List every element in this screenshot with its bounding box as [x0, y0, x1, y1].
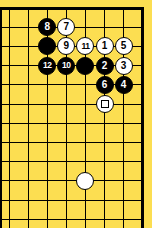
move-number-label: 2: [102, 61, 108, 71]
move-number-label: 8: [44, 22, 50, 32]
move-number-label: 6: [102, 80, 108, 90]
go-stone-white: [76, 172, 94, 190]
grid-line-h: [0, 104, 144, 105]
go-stone-black: 12: [38, 57, 56, 75]
grid-line-h: [0, 161, 144, 162]
go-stone-black: 8: [38, 18, 56, 36]
go-stone-white: 11: [76, 37, 94, 55]
move-number-label: 5: [121, 41, 127, 51]
move-number-label: 12: [43, 61, 51, 70]
go-stone-white: 9: [57, 37, 75, 55]
grid-line-h: [0, 219, 144, 220]
move-number-label: 4: [121, 80, 127, 90]
go-stone-black: 6: [96, 76, 114, 94]
move-number-label: 10: [62, 61, 70, 70]
square-mark-icon: [101, 100, 109, 108]
go-stone-black: 4: [115, 76, 133, 94]
go-stone-white: 7: [57, 18, 75, 36]
move-number-label: 1: [102, 41, 108, 51]
grid-line-h: [0, 200, 144, 201]
go-stone-black: 2: [96, 57, 114, 75]
go-stone-white: 5: [115, 37, 133, 55]
move-number-label: 11: [81, 42, 89, 51]
board-left-cut-line: [0, 7, 2, 229]
go-stone-white: 3: [115, 57, 133, 75]
move-number-label: 3: [121, 61, 127, 71]
grid-line-h: [0, 123, 144, 124]
go-stone-black: [76, 57, 94, 75]
grid-line-v: [28, 7, 29, 229]
go-stone-white: [96, 95, 114, 113]
board-right-edge: [141, 7, 145, 229]
grid-line-v: [9, 7, 10, 229]
grid-line-h: [0, 180, 144, 181]
go-board: 879111512102364: [0, 0, 152, 228]
move-number-label: 7: [64, 22, 70, 32]
go-stone-black: [38, 37, 56, 55]
move-number-label: 9: [64, 41, 70, 51]
grid-line-h: [0, 142, 144, 143]
board-top-edge: [0, 7, 144, 11]
go-stone-black: 10: [57, 57, 75, 75]
go-stone-white: 1: [96, 37, 114, 55]
